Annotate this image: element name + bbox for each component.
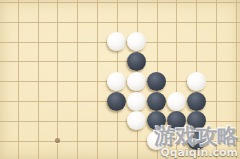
stone-black[interactable] <box>187 92 206 111</box>
board-grid-line <box>0 2 240 3</box>
board-grid-line <box>18 0 19 159</box>
stone-white[interactable] <box>127 111 146 130</box>
stone-white[interactable] <box>147 131 166 150</box>
gomoku-board[interactable]: 游戏攻略 Qqaiqin.com <box>0 0 240 159</box>
stone-white[interactable] <box>187 72 206 91</box>
stone-black[interactable] <box>167 111 186 130</box>
star-point <box>55 138 60 143</box>
stone-black[interactable] <box>187 111 206 130</box>
stone-black[interactable] <box>127 52 146 71</box>
board-grid-line <box>176 0 177 159</box>
stone-black[interactable] <box>147 72 166 91</box>
stone-white[interactable] <box>107 72 126 91</box>
stone-black[interactable] <box>107 92 126 111</box>
board-grid-line <box>0 61 240 62</box>
stone-white[interactable] <box>167 92 186 111</box>
board-grid-line <box>97 0 98 159</box>
board-grid-line <box>216 0 217 159</box>
stone-black[interactable] <box>147 92 166 111</box>
board-grid-line <box>57 0 58 159</box>
stone-white[interactable] <box>127 92 146 111</box>
stone-white[interactable] <box>127 72 146 91</box>
board-grid-line <box>0 22 240 23</box>
board-grid-line <box>38 0 39 159</box>
stone-white[interactable] <box>107 32 126 51</box>
board-grid-line <box>236 0 237 159</box>
board-grid-line <box>77 0 78 159</box>
stone-white[interactable] <box>127 32 146 51</box>
stone-black[interactable] <box>147 111 166 130</box>
stone-black[interactable] <box>187 131 206 150</box>
